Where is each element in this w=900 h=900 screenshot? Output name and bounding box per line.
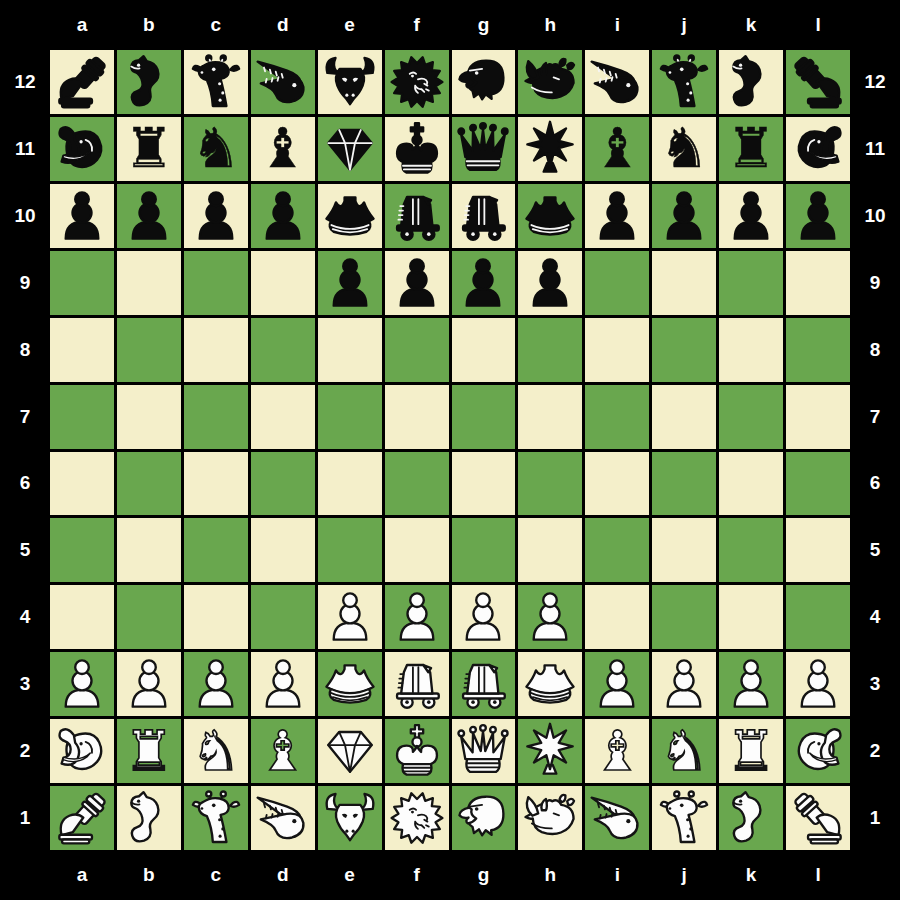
square-a6[interactable]	[50, 452, 114, 516]
rank-label-7: 7	[850, 385, 900, 449]
square-e12[interactable]	[318, 50, 382, 114]
file-label-j: j	[652, 0, 716, 50]
piece-black-pawn[interactable]	[120, 187, 178, 245]
square-a3[interactable]	[50, 652, 114, 716]
square-k10[interactable]	[719, 184, 783, 248]
square-f4[interactable]	[385, 585, 449, 649]
square-f8[interactable]	[385, 318, 449, 382]
square-h9[interactable]	[518, 251, 582, 315]
square-b9[interactable]	[117, 251, 181, 315]
file-label-l: l	[786, 0, 850, 50]
square-k2[interactable]: ♜	[719, 719, 783, 783]
square-g1[interactable]	[452, 786, 516, 850]
piece-black-crown[interactable]	[321, 187, 379, 245]
piece-black-machine[interactable]	[454, 187, 512, 245]
piece-white-lion[interactable]	[388, 789, 446, 847]
square-l2[interactable]	[786, 719, 850, 783]
piece-white-queen[interactable]	[454, 722, 512, 780]
square-l7[interactable]	[786, 385, 850, 449]
board: ♜♞♝♝♞♜♜♞♝♝♞♜	[50, 50, 850, 850]
piece-black-pawn[interactable]	[254, 187, 312, 245]
file-label-h: h	[518, 0, 582, 50]
piece-black-pawn[interactable]	[789, 187, 847, 245]
piece-white-gem[interactable]	[321, 722, 379, 780]
rank-label-2: 2	[850, 719, 900, 783]
piece-black-pawn[interactable]	[187, 187, 245, 245]
square-b3[interactable]	[117, 652, 181, 716]
square-l9[interactable]	[786, 251, 850, 315]
square-b2[interactable]: ♜	[117, 719, 181, 783]
rank-label-11: 11	[0, 117, 50, 181]
square-d6[interactable]	[251, 452, 315, 516]
piece-black-pawn[interactable]	[655, 187, 713, 245]
square-e2[interactable]	[318, 719, 382, 783]
square-k1[interactable]	[719, 786, 783, 850]
piece-white-pawn[interactable]	[521, 588, 579, 646]
rank-label-8: 8	[850, 318, 900, 382]
square-k9[interactable]	[719, 251, 783, 315]
file-labels-bottom: abcdefghijkl	[50, 850, 850, 900]
square-e6[interactable]	[318, 452, 382, 516]
square-b5[interactable]	[117, 518, 181, 582]
square-k6[interactable]	[719, 452, 783, 516]
file-label-i: i	[585, 850, 649, 900]
square-k4[interactable]	[719, 585, 783, 649]
piece-black-rook[interactable]: ♜	[124, 117, 173, 181]
file-label-a: a	[50, 850, 114, 900]
square-c12[interactable]	[184, 50, 248, 114]
square-a9[interactable]	[50, 251, 114, 315]
square-g6[interactable]	[452, 452, 516, 516]
piece-black-camel[interactable]	[120, 53, 178, 111]
file-labels-top: abcdefghijkl	[50, 0, 850, 50]
square-h3[interactable]	[518, 652, 582, 716]
square-j6[interactable]	[652, 452, 716, 516]
rank-label-9: 9	[0, 251, 50, 315]
rank-label-12: 12	[0, 50, 50, 114]
square-a2[interactable]	[50, 719, 114, 783]
piece-black-lion[interactable]	[388, 53, 446, 111]
square-f6[interactable]	[385, 452, 449, 516]
square-j4[interactable]	[652, 585, 716, 649]
rank-label-10: 10	[0, 184, 50, 248]
rank-labels-left: 121110987654321	[0, 50, 50, 850]
square-h1[interactable]	[518, 786, 582, 850]
square-k7[interactable]	[719, 385, 783, 449]
square-j12[interactable]	[652, 50, 716, 114]
rank-label-1: 1	[850, 786, 900, 850]
rank-label-8: 8	[0, 318, 50, 382]
square-d11[interactable]: ♝	[251, 117, 315, 181]
piece-white-camel[interactable]	[120, 789, 178, 847]
piece-white-eagle[interactable]	[454, 789, 512, 847]
piece-white-pawn[interactable]	[120, 655, 178, 713]
piece-white-cannon[interactable]	[53, 789, 111, 847]
file-label-h: h	[518, 850, 582, 900]
rank-label-6: 6	[850, 452, 900, 516]
square-l6[interactable]	[786, 452, 850, 516]
square-h6[interactable]	[518, 452, 582, 516]
piece-white-pawn[interactable]	[789, 655, 847, 713]
square-f12[interactable]	[385, 50, 449, 114]
square-h5[interactable]	[518, 518, 582, 582]
rank-labels-right: 121110987654321	[850, 50, 900, 850]
square-d8[interactable]	[251, 318, 315, 382]
square-g3[interactable]	[452, 652, 516, 716]
piece-black-pawn[interactable]	[722, 187, 780, 245]
square-e5[interactable]	[318, 518, 382, 582]
piece-white-machine[interactable]	[388, 655, 446, 713]
rank-label-5: 5	[850, 518, 900, 582]
square-g4[interactable]	[452, 585, 516, 649]
square-g7[interactable]	[452, 385, 516, 449]
square-d3[interactable]	[251, 652, 315, 716]
file-label-b: b	[117, 0, 181, 50]
file-label-e: e	[318, 0, 382, 50]
square-i12[interactable]	[585, 50, 649, 114]
file-label-b: b	[117, 850, 181, 900]
piece-black-giraffe[interactable]	[187, 53, 245, 111]
piece-white-pawn[interactable]	[388, 588, 446, 646]
square-k8[interactable]	[719, 318, 783, 382]
square-b7[interactable]	[117, 385, 181, 449]
square-g11[interactable]	[452, 117, 516, 181]
piece-white-elephant[interactable]	[53, 722, 111, 780]
square-i10[interactable]	[585, 184, 649, 248]
square-j7[interactable]	[652, 385, 716, 449]
file-label-f: f	[385, 850, 449, 900]
piece-white-crocodile[interactable]	[588, 789, 646, 847]
piece-white-pawn[interactable]	[254, 655, 312, 713]
piece-black-pawn[interactable]	[321, 254, 379, 312]
square-g8[interactable]	[452, 318, 516, 382]
square-a12[interactable]	[50, 50, 114, 114]
square-e8[interactable]	[318, 318, 382, 382]
square-b10[interactable]	[117, 184, 181, 248]
piece-black-bull[interactable]	[321, 53, 379, 111]
rank-label-10: 10	[850, 184, 900, 248]
square-k5[interactable]	[719, 518, 783, 582]
rank-label-3: 3	[0, 652, 50, 716]
piece-black-elephant[interactable]	[53, 120, 111, 178]
square-b1[interactable]	[117, 786, 181, 850]
square-c8[interactable]	[184, 318, 248, 382]
square-i4[interactable]	[585, 585, 649, 649]
piece-white-pawn[interactable]	[187, 655, 245, 713]
square-l1[interactable]	[786, 786, 850, 850]
piece-black-pawn[interactable]	[454, 254, 512, 312]
file-label-e: e	[318, 850, 382, 900]
file-label-l: l	[786, 850, 850, 900]
file-label-k: k	[719, 850, 783, 900]
square-h4[interactable]	[518, 585, 582, 649]
square-l5[interactable]	[786, 518, 850, 582]
square-g5[interactable]	[452, 518, 516, 582]
square-b4[interactable]	[117, 585, 181, 649]
square-c6[interactable]	[184, 452, 248, 516]
square-j8[interactable]	[652, 318, 716, 382]
piece-white-giraffe[interactable]	[187, 789, 245, 847]
piece-black-king[interactable]	[388, 120, 446, 178]
square-g10[interactable]	[452, 184, 516, 248]
square-j10[interactable]	[652, 184, 716, 248]
square-c5[interactable]	[184, 518, 248, 582]
file-label-c: c	[184, 850, 248, 900]
file-label-i: i	[585, 0, 649, 50]
piece-white-giraffe[interactable]	[655, 789, 713, 847]
square-i11[interactable]: ♝	[585, 117, 649, 181]
square-f10[interactable]	[385, 184, 449, 248]
square-c7[interactable]	[184, 385, 248, 449]
piece-black-rhinoceros[interactable]	[521, 53, 579, 111]
piece-white-star[interactable]	[521, 722, 579, 780]
square-e10[interactable]	[318, 184, 382, 248]
file-label-j: j	[652, 850, 716, 900]
square-c10[interactable]	[184, 184, 248, 248]
piece-black-eagle[interactable]	[454, 53, 512, 111]
piece-white-knight[interactable]: ♞	[660, 719, 709, 783]
square-l10[interactable]	[786, 184, 850, 248]
square-k12[interactable]	[719, 50, 783, 114]
square-h7[interactable]	[518, 385, 582, 449]
rank-label-2: 2	[0, 719, 50, 783]
rank-label-9: 9	[850, 251, 900, 315]
piece-white-rhinoceros[interactable]	[521, 789, 579, 847]
square-j1[interactable]	[652, 786, 716, 850]
square-g9[interactable]	[452, 251, 516, 315]
square-e9[interactable]	[318, 251, 382, 315]
square-b8[interactable]	[117, 318, 181, 382]
square-a4[interactable]	[50, 585, 114, 649]
square-b12[interactable]	[117, 50, 181, 114]
piece-white-machine[interactable]	[454, 655, 512, 713]
piece-white-crown[interactable]	[521, 655, 579, 713]
piece-black-pawn[interactable]	[388, 254, 446, 312]
square-j11[interactable]: ♞	[652, 117, 716, 181]
file-label-c: c	[184, 0, 248, 50]
piece-black-queen[interactable]	[454, 120, 512, 178]
square-c3[interactable]	[184, 652, 248, 716]
piece-white-pawn[interactable]	[722, 655, 780, 713]
square-i6[interactable]	[585, 452, 649, 516]
square-d12[interactable]	[251, 50, 315, 114]
square-k11[interactable]: ♜	[719, 117, 783, 181]
piece-black-pawn[interactable]	[521, 254, 579, 312]
rank-label-11: 11	[850, 117, 900, 181]
square-d5[interactable]	[251, 518, 315, 582]
square-c1[interactable]	[184, 786, 248, 850]
piece-white-pawn[interactable]	[454, 588, 512, 646]
square-e7[interactable]	[318, 385, 382, 449]
square-f5[interactable]	[385, 518, 449, 582]
piece-black-machine[interactable]	[388, 187, 446, 245]
square-b11[interactable]: ♜	[117, 117, 181, 181]
piece-black-pawn[interactable]	[53, 187, 111, 245]
square-f9[interactable]	[385, 251, 449, 315]
square-a5[interactable]	[50, 518, 114, 582]
piece-white-bishop[interactable]: ♝	[593, 719, 642, 783]
square-a11[interactable]	[50, 117, 114, 181]
rank-label-12: 12	[850, 50, 900, 114]
square-i3[interactable]	[585, 652, 649, 716]
square-h10[interactable]	[518, 184, 582, 248]
piece-black-bishop[interactable]: ♝	[593, 117, 642, 181]
piece-black-star[interactable]	[521, 120, 579, 178]
piece-white-king[interactable]	[388, 722, 446, 780]
file-label-a: a	[50, 0, 114, 50]
square-b6[interactable]	[117, 452, 181, 516]
square-j5[interactable]	[652, 518, 716, 582]
file-label-f: f	[385, 0, 449, 50]
square-h2[interactable]	[518, 719, 582, 783]
square-f1[interactable]	[385, 786, 449, 850]
piece-white-crocodile[interactable]	[254, 789, 312, 847]
file-label-d: d	[251, 850, 315, 900]
piece-black-bishop[interactable]: ♝	[258, 117, 307, 181]
square-e11[interactable]	[318, 117, 382, 181]
square-h8[interactable]	[518, 318, 582, 382]
piece-white-pawn[interactable]	[588, 655, 646, 713]
rank-label-1: 1	[0, 786, 50, 850]
square-g12[interactable]	[452, 50, 516, 114]
piece-black-camel[interactable]	[722, 53, 780, 111]
piece-black-giraffe[interactable]	[655, 53, 713, 111]
board-stage: abcdefghijkl abcdefghijkl 12111098765432…	[0, 0, 900, 900]
square-i1[interactable]	[585, 786, 649, 850]
piece-white-pawn[interactable]	[655, 655, 713, 713]
square-l12[interactable]	[786, 50, 850, 114]
square-a10[interactable]	[50, 184, 114, 248]
file-label-k: k	[719, 0, 783, 50]
square-l11[interactable]	[786, 117, 850, 181]
piece-black-pawn[interactable]	[588, 187, 646, 245]
rank-label-5: 5	[0, 518, 50, 582]
piece-white-rook[interactable]: ♜	[124, 719, 173, 783]
piece-black-crocodile[interactable]	[254, 53, 312, 111]
square-c9[interactable]	[184, 251, 248, 315]
square-f3[interactable]	[385, 652, 449, 716]
square-e3[interactable]	[318, 652, 382, 716]
rank-label-6: 6	[0, 452, 50, 516]
piece-black-crown[interactable]	[521, 187, 579, 245]
piece-white-rook[interactable]: ♜	[726, 719, 775, 783]
square-d7[interactable]	[251, 385, 315, 449]
square-d4[interactable]	[251, 585, 315, 649]
square-l4[interactable]	[786, 585, 850, 649]
piece-black-cannon[interactable]	[53, 53, 111, 111]
square-f2[interactable]	[385, 719, 449, 783]
square-k3[interactable]	[719, 652, 783, 716]
square-d1[interactable]	[251, 786, 315, 850]
square-h11[interactable]	[518, 117, 582, 181]
square-d2[interactable]: ♝	[251, 719, 315, 783]
piece-white-cannon[interactable]	[789, 789, 847, 847]
square-i7[interactable]	[585, 385, 649, 449]
square-d10[interactable]	[251, 184, 315, 248]
square-j9[interactable]	[652, 251, 716, 315]
square-i2[interactable]: ♝	[585, 719, 649, 783]
piece-black-knight[interactable]: ♞	[191, 117, 240, 181]
rank-label-3: 3	[850, 652, 900, 716]
piece-white-pawn[interactable]	[321, 588, 379, 646]
piece-white-elephant[interactable]	[789, 722, 847, 780]
square-c4[interactable]	[184, 585, 248, 649]
square-e1[interactable]	[318, 786, 382, 850]
square-c11[interactable]: ♞	[184, 117, 248, 181]
piece-white-knight[interactable]: ♞	[191, 719, 240, 783]
piece-white-bishop[interactable]: ♝	[258, 719, 307, 783]
piece-white-bull[interactable]	[321, 789, 379, 847]
piece-white-camel[interactable]	[722, 789, 780, 847]
rank-label-4: 4	[0, 585, 50, 649]
square-l3[interactable]	[786, 652, 850, 716]
square-f11[interactable]	[385, 117, 449, 181]
square-i8[interactable]	[585, 318, 649, 382]
rank-label-7: 7	[0, 385, 50, 449]
file-label-g: g	[452, 0, 516, 50]
piece-white-crown[interactable]	[321, 655, 379, 713]
piece-black-cannon[interactable]	[789, 53, 847, 111]
square-l8[interactable]	[786, 318, 850, 382]
square-i9[interactable]	[585, 251, 649, 315]
piece-white-pawn[interactable]	[53, 655, 111, 713]
square-a7[interactable]	[50, 385, 114, 449]
square-d9[interactable]	[251, 251, 315, 315]
square-j3[interactable]	[652, 652, 716, 716]
square-j2[interactable]: ♞	[652, 719, 716, 783]
piece-black-rook[interactable]: ♜	[726, 117, 775, 181]
rank-label-4: 4	[850, 585, 900, 649]
square-a8[interactable]	[50, 318, 114, 382]
square-a1[interactable]	[50, 786, 114, 850]
piece-black-elephant[interactable]	[789, 120, 847, 178]
piece-black-crocodile[interactable]	[588, 53, 646, 111]
square-e4[interactable]	[318, 585, 382, 649]
square-i5[interactable]	[585, 518, 649, 582]
piece-black-gem[interactable]	[321, 120, 379, 178]
square-h12[interactable]	[518, 50, 582, 114]
piece-black-knight[interactable]: ♞	[660, 117, 709, 181]
file-label-d: d	[251, 0, 315, 50]
square-c2[interactable]: ♞	[184, 719, 248, 783]
file-label-g: g	[452, 850, 516, 900]
square-f7[interactable]	[385, 385, 449, 449]
square-g2[interactable]	[452, 719, 516, 783]
